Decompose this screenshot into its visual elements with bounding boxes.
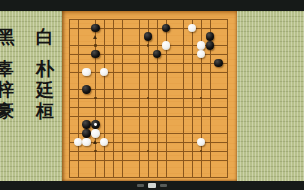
white-player-column: 白 朴廷桓 bbox=[35, 27, 55, 121]
video-content: 黑 辜梓豪 白 朴廷桓 徐老师围棋教室 bbox=[0, 11, 304, 181]
letterbox-top bbox=[0, 0, 304, 11]
black-player-name: 辜梓豪 bbox=[0, 58, 15, 121]
black-player-column: 黑 辜梓豪 bbox=[0, 27, 15, 121]
last-move-marker bbox=[94, 123, 97, 126]
mini-play-button[interactable] bbox=[148, 183, 156, 188]
hoshi-point bbox=[147, 44, 150, 47]
white-stone bbox=[100, 138, 108, 146]
black-stone bbox=[91, 24, 99, 32]
white-stone bbox=[91, 129, 99, 137]
triangle-marker bbox=[93, 35, 97, 39]
right-panel: 徐老师围棋教室 bbox=[237, 11, 304, 181]
hoshi-point bbox=[94, 44, 97, 47]
left-panel: 黑 辜梓豪 白 朴廷桓 bbox=[0, 11, 62, 181]
hoshi-point bbox=[200, 97, 203, 100]
triangle-marker bbox=[93, 140, 97, 144]
hoshi-point bbox=[200, 150, 203, 153]
white-stone bbox=[74, 138, 82, 146]
stones-layer bbox=[65, 15, 232, 182]
white-stone bbox=[162, 41, 170, 49]
black-stone bbox=[144, 32, 152, 40]
black-stone bbox=[82, 85, 90, 93]
go-board bbox=[62, 11, 237, 181]
black-stone bbox=[91, 120, 99, 128]
black-stone bbox=[206, 41, 214, 49]
black-stone bbox=[214, 59, 222, 67]
black-color-label: 黑 bbox=[0, 27, 15, 46]
hoshi-point bbox=[94, 150, 97, 153]
black-stone bbox=[82, 129, 90, 137]
white-stone bbox=[188, 24, 196, 32]
mini-next-button[interactable] bbox=[160, 184, 167, 188]
black-stone bbox=[206, 32, 214, 40]
hoshi-point bbox=[147, 97, 150, 100]
white-color-label: 白 bbox=[35, 27, 55, 46]
black-stone bbox=[91, 50, 99, 58]
white-stone bbox=[82, 138, 90, 146]
white-player-name: 朴廷桓 bbox=[35, 58, 55, 121]
white-stone bbox=[100, 68, 108, 76]
white-stone bbox=[197, 41, 205, 49]
mini-prev-button[interactable] bbox=[137, 184, 144, 188]
letterbox-bottom bbox=[0, 181, 304, 190]
white-stone bbox=[82, 68, 90, 76]
video-frame: 黑 辜梓豪 白 朴廷桓 徐老师围棋教室 bbox=[0, 0, 304, 190]
white-stone bbox=[197, 50, 205, 58]
mini-player-controls bbox=[137, 183, 167, 188]
white-stone bbox=[197, 138, 205, 146]
black-stone bbox=[153, 50, 161, 58]
hoshi-point bbox=[147, 150, 150, 153]
black-stone bbox=[162, 24, 170, 32]
black-stone bbox=[82, 120, 90, 128]
hoshi-point bbox=[94, 97, 97, 100]
